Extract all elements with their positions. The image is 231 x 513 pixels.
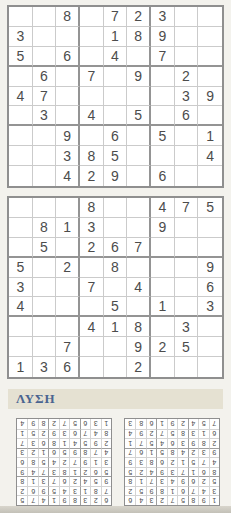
solution1-cell: 1 — [146, 448, 156, 458]
solution2-cell: 3 — [59, 429, 69, 439]
solution1-cell: 5 — [209, 476, 219, 486]
solution1-cell: 1 — [177, 457, 187, 467]
puzzle2-cell: 2 — [127, 357, 151, 377]
puzzle1-cell: 4 — [80, 106, 104, 126]
solution2-cell: 9 — [69, 448, 79, 458]
solution2-cell: 9 — [48, 429, 58, 439]
solution1-cell: 7 — [188, 486, 198, 496]
solution2-cell: 5 — [59, 448, 69, 458]
puzzle2-cell — [56, 297, 80, 317]
page-bottom-edge — [0, 506, 231, 513]
puzzle2-cell: 6 — [104, 238, 128, 258]
puzzle1-cell: 9 — [104, 166, 128, 186]
solution1-cell: 3 — [135, 457, 145, 467]
puzzle1-cell: 8 — [80, 146, 104, 166]
puzzle2-cell: 8 — [33, 218, 57, 238]
puzzle2-cell: 9 — [127, 337, 151, 357]
puzzle1-cell — [127, 47, 151, 67]
puzzle2-cell — [104, 278, 128, 298]
puzzle1-cell — [198, 67, 222, 87]
solution1-cell: 3 — [125, 419, 135, 429]
solution1-cell: 8 — [156, 486, 166, 496]
solution2-cell: 6 — [101, 495, 111, 505]
puzzle2-cell — [104, 198, 128, 218]
solution2-cell: 2 — [80, 467, 90, 477]
solution1-cell: 6 — [125, 495, 135, 505]
puzzle2-cell — [33, 317, 57, 337]
solution2-cell: 1 — [27, 476, 37, 486]
solution1-cell: 3 — [198, 448, 208, 458]
puzzle1-cell: 7 — [151, 47, 175, 67]
puzzle2-cell: 6 — [56, 357, 80, 377]
solution1-cell: 6 — [177, 486, 187, 496]
solution1-cell: 5 — [125, 467, 135, 477]
puzzle2-cell: 2 — [80, 238, 104, 258]
solution2-cell: 3 — [80, 495, 90, 505]
solution1-cell: 6 — [135, 448, 145, 458]
puzzle1-cell — [175, 27, 199, 47]
puzzle2-cell — [127, 198, 151, 218]
solution2-cell: 9 — [17, 467, 27, 477]
solution1-cell: 7 — [146, 476, 156, 486]
puzzle1-cell: 1 — [198, 126, 222, 146]
solution2-cell: 7 — [48, 476, 58, 486]
puzzle2-cell — [33, 258, 57, 278]
solution2-cell: 8 — [90, 486, 100, 496]
solution1-cell: 1 — [156, 419, 166, 429]
puzzle2-cell — [151, 238, 175, 258]
solution-grid-puzzle1: 1985723463476189525269437188617394254751… — [124, 418, 220, 506]
solution1-cell: 6 — [188, 476, 198, 486]
solution1-cell: 6 — [156, 457, 166, 467]
solution2-cell: 3 — [69, 486, 79, 496]
puzzle2-cell — [127, 218, 151, 238]
puzzle2-cell: 4 — [151, 198, 175, 218]
puzzle2-cell — [9, 198, 33, 218]
solution1-cell: 6 — [209, 429, 219, 439]
puzzle2-cell: 1 — [151, 297, 175, 317]
solution1-cell: 9 — [146, 486, 156, 496]
puzzle1-cell: 6 — [33, 67, 57, 87]
solution1-cell: 3 — [156, 476, 166, 486]
solution1-cell: 4 — [135, 495, 145, 505]
solution2-cell: 9 — [101, 476, 111, 486]
solution1-cell: 8 — [209, 467, 219, 477]
puzzle2-cell: 3 — [80, 218, 104, 238]
solution1-cell: 2 — [209, 438, 219, 448]
solution1-cell: 5 — [188, 457, 198, 467]
puzzle1-cell — [104, 106, 128, 126]
solution1-cell: 8 — [167, 448, 177, 458]
puzzle1-cell — [104, 67, 128, 87]
puzzle2-cell: 2 — [56, 258, 80, 278]
solution1-cell: 9 — [209, 448, 219, 458]
puzzle1-cell: 5 — [104, 146, 128, 166]
puzzle1-cell — [198, 27, 222, 47]
solution2-cell: 9 — [80, 457, 90, 467]
puzzle2-cell — [151, 317, 175, 337]
puzzle1-cell: 7 — [33, 87, 57, 107]
puzzle1-cell: 4 — [104, 47, 128, 67]
puzzle1-cell — [80, 7, 104, 27]
solution1-cell: 2 — [156, 495, 166, 505]
solution2-cell: 4 — [101, 448, 111, 458]
puzzle1-cell: 2 — [175, 67, 199, 87]
puzzle1-cell: 3 — [9, 27, 33, 47]
solution2-cell: 7 — [69, 457, 79, 467]
solution2-cell: 4 — [69, 438, 79, 448]
puzzle2-cell: 8 — [80, 198, 104, 218]
solution-banner: ΛΥΣΗ — [8, 389, 223, 409]
puzzle1-cell — [9, 126, 33, 146]
puzzle1-cell — [33, 146, 57, 166]
puzzle1-cell: 5 — [151, 126, 175, 146]
puzzle1-cell: 4 — [198, 146, 222, 166]
solution1-cell: 9 — [135, 429, 145, 439]
solution-grid-puzzle2: 6238914757813459629542673185621837493197… — [16, 418, 112, 506]
puzzle2-cell — [151, 278, 175, 298]
solution2-cell: 6 — [90, 467, 100, 477]
solution2-cell: 7 — [101, 486, 111, 496]
puzzle1-cell: 9 — [56, 126, 80, 146]
solution2-cell: 6 — [48, 448, 58, 458]
puzzle2-cell: 4 — [127, 278, 151, 298]
solution2-cell: 7 — [90, 448, 100, 458]
puzzle1-cell — [9, 146, 33, 166]
solution2-cell: 2 — [48, 419, 58, 429]
puzzle1-cell: 9 — [127, 67, 151, 87]
solution1-cell: 2 — [146, 429, 156, 439]
solution2-cell: 5 — [80, 438, 90, 448]
solution2-cell: 6 — [80, 419, 90, 429]
puzzle2-cell — [175, 238, 199, 258]
puzzle1-cell — [56, 27, 80, 47]
puzzle2-cell: 9 — [151, 218, 175, 238]
puzzle1-cell — [9, 67, 33, 87]
solution2-cell: 7 — [27, 495, 37, 505]
puzzle1-cell — [80, 126, 104, 146]
puzzle1-cell — [175, 47, 199, 67]
solution2-cell: 2 — [38, 429, 48, 439]
solution1-cell: 9 — [156, 467, 166, 477]
solution2-cell: 3 — [101, 457, 111, 467]
puzzle2-cell: 1 — [56, 218, 80, 238]
puzzle1-cell — [33, 166, 57, 186]
solution1-cell: 4 — [167, 476, 177, 486]
puzzle1-cell: 3 — [56, 146, 80, 166]
solution1-cell: 6 — [198, 467, 208, 477]
solution2-cell: 3 — [38, 476, 48, 486]
solution1-cell: 4 — [125, 429, 135, 439]
puzzle2-cell — [104, 218, 128, 238]
puzzle1-cell: 6 — [56, 47, 80, 67]
solution1-cell: 7 — [177, 467, 187, 477]
puzzle2-cell: 3 — [198, 297, 222, 317]
solution2-cell: 5 — [90, 476, 100, 486]
puzzle1-cell — [9, 7, 33, 27]
puzzle2-cell: 4 — [9, 297, 33, 317]
puzzle2-cell — [198, 317, 222, 337]
puzzle2-cell: 7 — [127, 238, 151, 258]
solution1-cell: 1 — [135, 476, 145, 486]
puzzle2-cell — [175, 218, 199, 238]
solution1-cell: 1 — [167, 486, 177, 496]
puzzle1-cell — [104, 87, 128, 107]
puzzle2-cell: 7 — [80, 278, 104, 298]
puzzle2-cell: 2 — [151, 337, 175, 357]
solution1-cell: 7 — [156, 429, 166, 439]
puzzle2-cell — [104, 337, 128, 357]
solution2-cell: 7 — [59, 419, 69, 429]
puzzle1-cell — [80, 27, 104, 47]
puzzle2-cell — [175, 258, 199, 278]
solution2-cell: 8 — [48, 438, 58, 448]
puzzle1-cell — [33, 7, 57, 27]
solution1-cell: 3 — [188, 429, 198, 439]
solution2-cell: 2 — [90, 495, 100, 505]
puzzle1-cell — [198, 47, 222, 67]
solution1-cell: 8 — [135, 419, 145, 429]
puzzle2-cell — [80, 297, 104, 317]
solution1-cell: 7 — [135, 438, 145, 448]
puzzle-grid-1: 872331895647679247393456965138544296 — [7, 5, 224, 188]
puzzle1-cell: 1 — [104, 27, 128, 47]
puzzle1-cell — [198, 166, 222, 186]
puzzle2-cell — [56, 278, 80, 298]
puzzle2-cell: 1 — [9, 357, 33, 377]
solution2-cell: 1 — [17, 429, 27, 439]
puzzle2-cell — [104, 357, 128, 377]
puzzle2-cell — [56, 317, 80, 337]
puzzle1-cell: 8 — [56, 7, 80, 27]
puzzle1-cell: 2 — [80, 166, 104, 186]
solution2-cell: 4 — [48, 457, 58, 467]
solution1-cell: 2 — [177, 419, 187, 429]
solution1-cell: 5 — [146, 438, 156, 448]
solution2-cell: 4 — [27, 467, 37, 477]
solution2-cell: 5 — [69, 419, 79, 429]
solution2-cell: 7 — [17, 438, 27, 448]
puzzle1-cell — [175, 166, 199, 186]
puzzle1-cell — [198, 106, 222, 126]
puzzle2-cell: 4 — [80, 317, 104, 337]
puzzle2-cell: 5 — [104, 297, 128, 317]
solution2-cell: 4 — [17, 419, 27, 429]
puzzle1-cell: 7 — [104, 7, 128, 27]
solution2-cell: 8 — [27, 457, 37, 467]
solution2-cell: 3 — [27, 438, 37, 448]
solution2-cell: 8 — [101, 429, 111, 439]
puzzle1-cell — [33, 47, 57, 67]
solution2-cell: 6 — [59, 476, 69, 486]
solution2-cell: 1 — [101, 419, 111, 429]
puzzle1-cell — [56, 87, 80, 107]
solution1-cell: 5 — [167, 429, 177, 439]
solution2-cell: 9 — [90, 438, 100, 448]
solution1-cell: 8 — [188, 495, 198, 505]
puzzle2-cell — [175, 357, 199, 377]
solution1-cell: 1 — [125, 438, 135, 448]
solution2-cell: 5 — [27, 429, 37, 439]
solution1-cell: 2 — [125, 486, 135, 496]
puzzle1-cell: 7 — [80, 67, 104, 87]
solution1-cell: 7 — [125, 448, 135, 458]
solution1-cell: 9 — [167, 419, 177, 429]
puzzle1-cell — [151, 106, 175, 126]
solution1-cell: 7 — [209, 419, 219, 429]
solution1-cell: 4 — [177, 448, 187, 458]
puzzle2-cell — [33, 337, 57, 357]
puzzle1-cell — [175, 146, 199, 166]
puzzle1-cell — [175, 7, 199, 27]
puzzle1-cell — [198, 7, 222, 27]
solution1-cell: 9 — [125, 457, 135, 467]
solution1-cell: 3 — [209, 486, 219, 496]
puzzle1-cell: 2 — [127, 7, 151, 27]
puzzle1-cell — [80, 87, 104, 107]
puzzle1-cell — [9, 106, 33, 126]
puzzle2-cell — [9, 317, 33, 337]
puzzle1-cell — [151, 87, 175, 107]
solution2-cell: 4 — [59, 486, 69, 496]
solution1-cell: 4 — [146, 467, 156, 477]
puzzle2-cell — [198, 357, 222, 377]
puzzle2-cell — [198, 337, 222, 357]
solution2-cell: 6 — [69, 429, 79, 439]
solution2-cell: 3 — [90, 419, 100, 429]
puzzle2-cell — [127, 297, 151, 317]
solution1-cell: 8 — [146, 457, 156, 467]
solution1-cell: 2 — [188, 448, 198, 458]
puzzle1-cell: 9 — [151, 27, 175, 47]
solution1-cell: 5 — [177, 495, 187, 505]
puzzle1-cell — [33, 126, 57, 146]
solution2-cell: 1 — [90, 457, 100, 467]
solution2-cell: 9 — [38, 486, 48, 496]
solution2-cell: 4 — [90, 429, 100, 439]
solution1-cell: 6 — [146, 419, 156, 429]
puzzle2-cell — [80, 337, 104, 357]
puzzle2-cell: 5 — [33, 238, 57, 258]
puzzle2-cell: 8 — [127, 317, 151, 337]
solution2-cell: 8 — [69, 495, 79, 505]
puzzle2-cell: 3 — [9, 278, 33, 298]
solution1-cell: 7 — [198, 457, 208, 467]
solution2-cell: 4 — [38, 495, 48, 505]
puzzle1-cell — [127, 146, 151, 166]
puzzle1-cell: 3 — [33, 106, 57, 126]
puzzle1-cell: 8 — [127, 27, 151, 47]
puzzle1-cell — [9, 166, 33, 186]
solution2-cell: 3 — [48, 467, 58, 477]
solution2-cell: 5 — [48, 486, 58, 496]
puzzle2-cell: 9 — [198, 258, 222, 278]
solution-heading: ΛΥΣΗ — [16, 391, 56, 407]
puzzle1-cell: 6 — [151, 166, 175, 186]
solution2-cell: 1 — [80, 486, 90, 496]
solution2-cell: 6 — [27, 486, 37, 496]
puzzle2-cell — [33, 198, 57, 218]
puzzle1-cell: 9 — [198, 87, 222, 107]
puzzle2-cell: 3 — [33, 357, 57, 377]
puzzle2-cell — [33, 297, 57, 317]
puzzle1-cell: 5 — [127, 106, 151, 126]
puzzle2-cell — [175, 297, 199, 317]
solution2-cell: 2 — [69, 476, 79, 486]
puzzle2-cell — [80, 357, 104, 377]
puzzle2-cell — [127, 258, 151, 278]
puzzle1-cell — [127, 126, 151, 146]
puzzle2-cell — [151, 357, 175, 377]
solution1-cell: 9 — [198, 495, 208, 505]
solution2-cell: 2 — [17, 486, 27, 496]
solution1-cell: 3 — [177, 438, 187, 448]
puzzle1-cell — [56, 106, 80, 126]
puzzle1-cell — [127, 166, 151, 186]
solution1-cell: 1 — [188, 467, 198, 477]
solution1-cell: 3 — [146, 495, 156, 505]
puzzle2-cell — [9, 218, 33, 238]
puzzle1-cell — [127, 87, 151, 107]
solution2-cell: 5 — [17, 495, 27, 505]
puzzle2-cell: 8 — [104, 258, 128, 278]
puzzle1-cell: 4 — [56, 166, 80, 186]
solution1-cell: 2 — [167, 457, 177, 467]
puzzle1-cell: 6 — [175, 106, 199, 126]
puzzle-grid-2: 847581395267528937464513418379251362 — [7, 196, 224, 379]
puzzle1-cell: 4 — [9, 87, 33, 107]
puzzle2-cell — [9, 238, 33, 258]
puzzle1-cell — [151, 67, 175, 87]
puzzle1-cell: 5 — [9, 47, 33, 67]
puzzle2-cell — [33, 278, 57, 298]
puzzle2-cell: 5 — [198, 198, 222, 218]
puzzle1-cell — [56, 67, 80, 87]
solution2-cell: 9 — [27, 419, 37, 429]
solution1-cell: 4 — [188, 419, 198, 429]
puzzle2-cell — [56, 198, 80, 218]
solution1-cell: 9 — [177, 476, 187, 486]
solution1-cell: 1 — [209, 495, 219, 505]
puzzle2-cell: 7 — [56, 337, 80, 357]
solution2-cell: 3 — [17, 448, 27, 458]
solution2-cell: 1 — [59, 438, 69, 448]
solution1-cell: 5 — [135, 486, 145, 496]
solution2-cell: 6 — [38, 438, 48, 448]
puzzle2-cell: 7 — [175, 198, 199, 218]
solution2-cell: 1 — [48, 495, 58, 505]
puzzle2-cell — [9, 337, 33, 357]
solution2-cell: 8 — [17, 476, 27, 486]
puzzle2-cell: 5 — [175, 337, 199, 357]
puzzle2-cell: 5 — [9, 258, 33, 278]
puzzle1-cell — [151, 146, 175, 166]
solution2-cell: 9 — [59, 495, 69, 505]
solution1-cell: 4 — [156, 438, 166, 448]
solution1-cell: 6 — [167, 438, 177, 448]
solution1-cell: 5 — [156, 448, 166, 458]
solution1-cell: 2 — [135, 467, 145, 477]
solution1-cell: 8 — [177, 429, 187, 439]
puzzle2-cell — [198, 218, 222, 238]
puzzle2-cell — [80, 258, 104, 278]
solution2-cell: 2 — [101, 438, 111, 448]
puzzle1-cell — [80, 47, 104, 67]
solution2-cell: 7 — [38, 467, 48, 477]
puzzle2-cell — [198, 238, 222, 258]
solution1-cell: 4 — [198, 486, 208, 496]
solution1-cell: 9 — [188, 438, 198, 448]
